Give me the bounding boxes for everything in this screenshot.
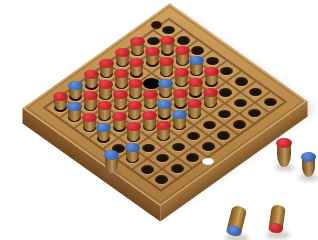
empty-hole[interactable] (202, 142, 215, 151)
red-loose-peg[interactable] (277, 138, 291, 172)
red-peg[interactable] (115, 48, 130, 57)
red-peg[interactable] (175, 46, 190, 55)
red-peg[interactable] (112, 112, 127, 121)
red-peg[interactable] (114, 69, 129, 78)
red-peg[interactable] (203, 88, 218, 97)
blue-peg[interactable] (158, 79, 173, 88)
empty-hole[interactable] (147, 37, 160, 46)
red-peg[interactable] (126, 122, 141, 131)
red-peg[interactable] (129, 58, 144, 67)
blue-loose-peg[interactable] (225, 205, 247, 238)
empty-hole[interactable] (177, 36, 190, 45)
blue-peg-top (104, 150, 119, 160)
red-peg[interactable] (82, 113, 97, 122)
empty-hole[interactable] (233, 120, 246, 129)
empty-hole-shadowed[interactable] (143, 78, 160, 89)
blue-peg[interactable] (96, 123, 111, 132)
red-peg[interactable] (143, 90, 158, 99)
finger-notch-icon (151, 21, 162, 29)
red-peg[interactable] (99, 59, 114, 68)
empty-hole[interactable] (235, 77, 248, 86)
empty-hole[interactable] (142, 144, 155, 153)
red-peg[interactable] (127, 101, 142, 110)
red-peg[interactable] (188, 78, 203, 87)
red-peg-top (276, 138, 292, 148)
red-peg[interactable] (160, 36, 175, 45)
blue-loose-peg[interactable] (105, 150, 118, 178)
red-peg[interactable] (98, 80, 113, 89)
blue-peg[interactable] (157, 100, 172, 109)
empty-hole[interactable] (191, 46, 204, 55)
empty-hole[interactable] (141, 165, 154, 174)
red-peg[interactable] (142, 111, 157, 120)
empty-hole[interactable] (186, 153, 199, 162)
blue-peg[interactable] (68, 81, 83, 90)
red-peg[interactable] (130, 37, 145, 46)
empty-hole[interactable] (171, 164, 184, 173)
finger-notch-icon (202, 158, 214, 165)
empty-hole[interactable] (206, 57, 219, 66)
empty-hole[interactable] (172, 143, 185, 152)
empty-hole[interactable] (264, 98, 277, 107)
red-peg[interactable] (204, 67, 219, 76)
empty-hole[interactable] (155, 175, 168, 184)
red-loose-peg[interactable] (268, 204, 286, 234)
empty-hole[interactable] (219, 88, 232, 97)
blue-peg-top (301, 152, 316, 162)
red-peg[interactable] (145, 47, 160, 56)
empty-hole[interactable] (249, 88, 262, 97)
red-peg[interactable] (174, 68, 189, 77)
empty-hole[interactable] (203, 121, 216, 130)
red-peg[interactable] (53, 92, 68, 101)
empty-hole[interactable] (234, 99, 247, 108)
reversi-travel-board-photo (0, 0, 318, 240)
red-peg[interactable] (173, 89, 188, 98)
blue-peg[interactable] (172, 110, 187, 119)
red-peg[interactable] (84, 70, 99, 79)
blue-loose-peg[interactable] (302, 152, 315, 182)
red-peg[interactable] (83, 91, 98, 100)
empty-hole[interactable] (218, 110, 231, 119)
empty-hole[interactable] (217, 131, 230, 140)
empty-hole[interactable] (162, 26, 175, 35)
